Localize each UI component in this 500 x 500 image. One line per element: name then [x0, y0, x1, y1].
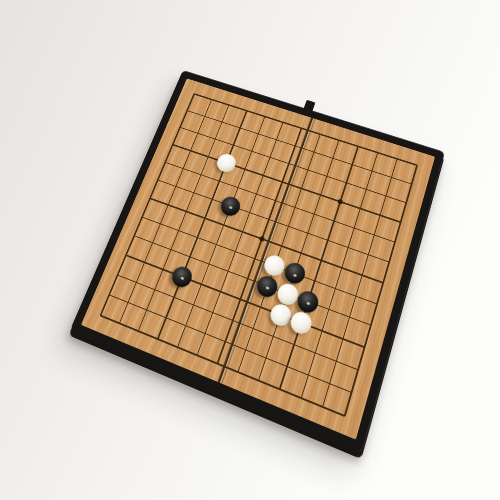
go-grid	[81, 78, 435, 439]
photo-backdrop	[0, 0, 500, 500]
board-surface	[81, 78, 435, 439]
white-stone[interactable]	[214, 152, 238, 175]
grid-line-vertical	[322, 159, 398, 408]
grid-line-horizontal	[126, 255, 365, 348]
white-stone[interactable]	[268, 301, 294, 329]
grid-line-horizontal	[134, 235, 371, 326]
black-stone[interactable]	[169, 264, 194, 290]
fold-hinge-tab	[303, 100, 315, 112]
go-board	[70, 70, 445, 453]
black-stone[interactable]	[255, 273, 281, 300]
black-stone[interactable]	[219, 194, 244, 218]
grid-line-horizontal	[117, 274, 358, 370]
grid-line-vertical	[344, 165, 418, 416]
white-stone[interactable]	[288, 309, 314, 337]
